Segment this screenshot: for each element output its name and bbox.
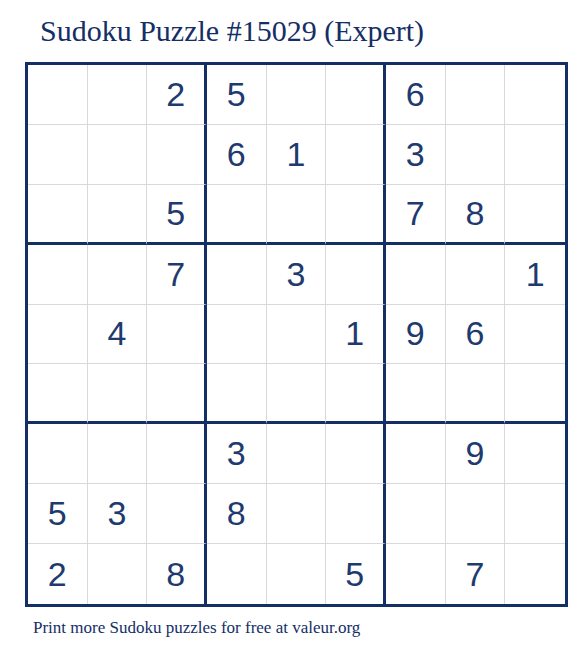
cell-r3c8[interactable]: 8 <box>446 185 506 245</box>
cell-r2c6[interactable] <box>326 125 386 185</box>
cell-r9c7[interactable] <box>386 544 446 604</box>
cell-r8c4[interactable]: 8 <box>207 484 267 544</box>
cell-r9c3[interactable]: 8 <box>147 544 207 604</box>
cell-r6c5[interactable] <box>267 364 327 424</box>
cell-r3c1[interactable] <box>28 185 88 245</box>
cell-r8c2[interactable]: 3 <box>88 484 148 544</box>
cell-r9c9[interactable] <box>505 544 565 604</box>
cell-r7c5[interactable] <box>267 424 327 484</box>
cell-r1c9[interactable] <box>505 65 565 125</box>
puzzle-title: Sudoku Puzzle #15029 (Expert) <box>40 14 424 48</box>
cell-r3c6[interactable] <box>326 185 386 245</box>
cell-r7c1[interactable] <box>28 424 88 484</box>
cell-r6c3[interactable] <box>147 364 207 424</box>
cell-r4c4[interactable] <box>207 245 267 305</box>
cell-r5c4[interactable] <box>207 305 267 365</box>
cell-r8c8[interactable] <box>446 484 506 544</box>
cell-r3c2[interactable] <box>88 185 148 245</box>
cell-r7c9[interactable] <box>505 424 565 484</box>
cell-r5c3[interactable] <box>147 305 207 365</box>
cell-r3c3[interactable]: 5 <box>147 185 207 245</box>
cell-r7c8[interactable]: 9 <box>446 424 506 484</box>
cell-r1c7[interactable]: 6 <box>386 65 446 125</box>
cell-r9c8[interactable]: 7 <box>446 544 506 604</box>
cell-r1c4[interactable]: 5 <box>207 65 267 125</box>
cell-r4c3[interactable]: 7 <box>147 245 207 305</box>
cell-r7c4[interactable]: 3 <box>207 424 267 484</box>
cell-r9c1[interactable]: 2 <box>28 544 88 604</box>
cell-r8c6[interactable] <box>326 484 386 544</box>
cell-r3c9[interactable] <box>505 185 565 245</box>
cell-r5c5[interactable] <box>267 305 327 365</box>
footer-text: Print more Sudoku puzzles for free at va… <box>33 618 360 638</box>
cell-r6c6[interactable] <box>326 364 386 424</box>
cell-r4c7[interactable] <box>386 245 446 305</box>
cell-r3c7[interactable]: 7 <box>386 185 446 245</box>
cell-r3c4[interactable] <box>207 185 267 245</box>
cell-r7c3[interactable] <box>147 424 207 484</box>
cell-r4c2[interactable] <box>88 245 148 305</box>
sudoku-board: 2566135787314196395382857 <box>25 62 568 607</box>
cell-r2c2[interactable] <box>88 125 148 185</box>
cell-r5c1[interactable] <box>28 305 88 365</box>
page: Sudoku Puzzle #15029 (Expert) 2566135787… <box>0 0 580 651</box>
cell-r4c8[interactable] <box>446 245 506 305</box>
cell-r8c1[interactable]: 5 <box>28 484 88 544</box>
cell-r3c5[interactable] <box>267 185 327 245</box>
cell-r7c2[interactable] <box>88 424 148 484</box>
cell-r8c9[interactable] <box>505 484 565 544</box>
cell-r2c5[interactable]: 1 <box>267 125 327 185</box>
cell-r4c5[interactable]: 3 <box>267 245 327 305</box>
cell-r5c2[interactable]: 4 <box>88 305 148 365</box>
cell-r8c3[interactable] <box>147 484 207 544</box>
cell-r7c6[interactable] <box>326 424 386 484</box>
cell-r4c1[interactable] <box>28 245 88 305</box>
cell-r2c1[interactable] <box>28 125 88 185</box>
cell-r9c2[interactable] <box>88 544 148 604</box>
cell-r2c4[interactable]: 6 <box>207 125 267 185</box>
cell-r2c7[interactable]: 3 <box>386 125 446 185</box>
cell-r6c8[interactable] <box>446 364 506 424</box>
cell-r4c9[interactable]: 1 <box>505 245 565 305</box>
cell-r1c5[interactable] <box>267 65 327 125</box>
cell-r4c6[interactable] <box>326 245 386 305</box>
cell-r1c6[interactable] <box>326 65 386 125</box>
cell-r6c2[interactable] <box>88 364 148 424</box>
cell-r6c9[interactable] <box>505 364 565 424</box>
cell-r2c9[interactable] <box>505 125 565 185</box>
cell-r1c8[interactable] <box>446 65 506 125</box>
cell-r5c8[interactable]: 6 <box>446 305 506 365</box>
cell-r5c6[interactable]: 1 <box>326 305 386 365</box>
cell-r1c2[interactable] <box>88 65 148 125</box>
cell-r5c7[interactable]: 9 <box>386 305 446 365</box>
cell-r5c9[interactable] <box>505 305 565 365</box>
cell-r8c5[interactable] <box>267 484 327 544</box>
cell-r8c7[interactable] <box>386 484 446 544</box>
cell-r6c1[interactable] <box>28 364 88 424</box>
cell-r1c3[interactable]: 2 <box>147 65 207 125</box>
cell-r6c4[interactable] <box>207 364 267 424</box>
cell-r2c3[interactable] <box>147 125 207 185</box>
cell-r6c7[interactable] <box>386 364 446 424</box>
cell-r9c5[interactable] <box>267 544 327 604</box>
cell-r7c7[interactable] <box>386 424 446 484</box>
cell-r2c8[interactable] <box>446 125 506 185</box>
cell-r9c4[interactable] <box>207 544 267 604</box>
cell-r9c6[interactable]: 5 <box>326 544 386 604</box>
cell-r1c1[interactable] <box>28 65 88 125</box>
